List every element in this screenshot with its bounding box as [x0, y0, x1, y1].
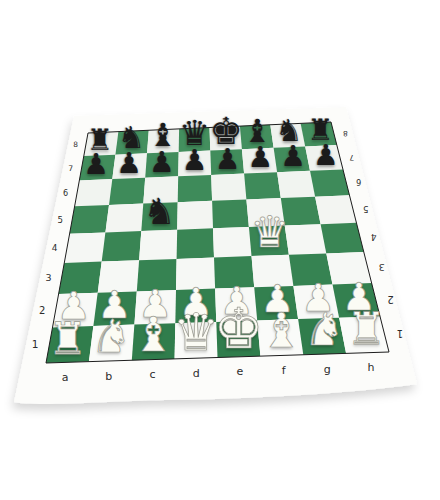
square-d5 — [177, 201, 213, 230]
square-e4 — [213, 227, 252, 258]
rank-label-right-6: 6 — [356, 177, 361, 187]
square-e7 — [210, 149, 244, 175]
product-photo: 8877665544332211abcdefgh ♜♞♝♛♚♝♞♜♟♟♟♟♟♟♟… — [0, 0, 440, 500]
square-a5 — [70, 205, 109, 234]
square-b6 — [109, 178, 145, 205]
file-label-d: d — [193, 367, 200, 380]
square-d8 — [179, 128, 211, 152]
square-b3 — [98, 260, 139, 293]
square-c3 — [137, 259, 177, 292]
chessboard-mat: 8877665544332211abcdefgh — [0, 0, 440, 500]
square-f2 — [254, 286, 298, 321]
rank-label-left-1: 1 — [32, 338, 39, 350]
rank-label-left-6: 6 — [63, 188, 68, 198]
square-c5 — [141, 202, 177, 231]
rank-label-left-3: 3 — [46, 272, 52, 283]
file-label-e: e — [237, 365, 244, 378]
rank-label-right-3: 3 — [379, 262, 385, 273]
file-label-h: h — [368, 361, 375, 374]
square-g5 — [281, 197, 321, 226]
square-f3 — [252, 255, 294, 287]
rank-label-left-7: 7 — [68, 164, 73, 173]
rank-label-right-1: 1 — [396, 328, 403, 340]
file-label-c: c — [149, 368, 155, 381]
rank-label-left-4: 4 — [52, 243, 58, 253]
square-h8 — [301, 122, 337, 146]
square-c6 — [143, 176, 178, 203]
square-d1 — [175, 322, 218, 359]
square-a1 — [46, 326, 93, 363]
file-label-b: b — [105, 370, 112, 383]
square-b4 — [102, 231, 142, 262]
square-g8 — [270, 123, 305, 147]
square-c4 — [139, 230, 177, 261]
square-a6 — [75, 179, 113, 206]
rank-label-right-2: 2 — [387, 294, 393, 305]
square-a4 — [64, 232, 105, 263]
rank-label-left-8: 8 — [73, 140, 78, 149]
square-f1 — [257, 319, 303, 356]
square-e2 — [215, 287, 257, 322]
square-b2 — [93, 291, 136, 326]
square-a8 — [84, 132, 119, 157]
square-a3 — [59, 262, 102, 295]
square-f8 — [240, 125, 274, 149]
square-b1 — [89, 325, 134, 362]
square-c2 — [134, 290, 176, 325]
square-d7 — [178, 151, 211, 177]
square-b7 — [112, 153, 147, 179]
square-e3 — [214, 256, 254, 289]
square-g4 — [285, 224, 327, 255]
square-e5 — [212, 199, 249, 228]
square-c8 — [147, 129, 179, 153]
square-d4 — [177, 228, 214, 259]
square-a2 — [53, 293, 98, 328]
square-g1 — [298, 318, 346, 355]
file-label-a: a — [62, 371, 69, 384]
square-d6 — [178, 175, 212, 202]
rank-label-right-5: 5 — [363, 204, 368, 214]
rank-label-left-2: 2 — [39, 305, 45, 316]
file-label-g: g — [324, 363, 331, 376]
square-g2 — [293, 285, 339, 320]
square-e1 — [216, 321, 260, 358]
square-f6 — [244, 172, 281, 199]
square-b5 — [105, 204, 143, 233]
square-d3 — [176, 258, 215, 291]
square-g6 — [277, 171, 315, 198]
rank-label-left-5: 5 — [58, 215, 63, 225]
square-g3 — [289, 253, 333, 286]
rank-label-right-8: 8 — [343, 129, 348, 138]
square-c7 — [145, 152, 179, 178]
board-squares — [46, 122, 389, 363]
square-f4 — [249, 226, 289, 257]
square-f5 — [246, 198, 284, 227]
square-f7 — [242, 148, 277, 174]
rank-label-right-4: 4 — [370, 232, 376, 242]
rank-label-right-7: 7 — [349, 152, 354, 161]
square-a7 — [79, 155, 115, 181]
square-e6 — [211, 174, 246, 201]
square-e8 — [210, 126, 242, 151]
square-b8 — [115, 130, 148, 154]
square-d2 — [175, 289, 216, 324]
square-g7 — [274, 146, 310, 172]
square-c1 — [132, 323, 176, 360]
